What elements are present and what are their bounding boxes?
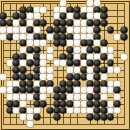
black-stone — [100, 20, 107, 27]
go-board-screenshot — [0, 0, 130, 130]
black-stone — [107, 114, 114, 121]
white-stone — [114, 67, 121, 74]
black-stone — [53, 114, 60, 121]
white-stone — [26, 121, 33, 128]
white-stone — [114, 107, 121, 114]
white-stone — [40, 40, 47, 47]
black-stone — [107, 26, 114, 33]
go-board[interactable] — [0, 0, 130, 130]
white-stone — [0, 73, 6, 80]
black-stone — [40, 100, 47, 107]
star-point — [103, 62, 105, 64]
white-stone — [40, 6, 47, 13]
white-stone — [47, 53, 54, 60]
black-stone — [40, 20, 47, 27]
black-stone — [121, 33, 128, 40]
white-stone — [121, 53, 128, 60]
black-stone — [33, 114, 40, 121]
